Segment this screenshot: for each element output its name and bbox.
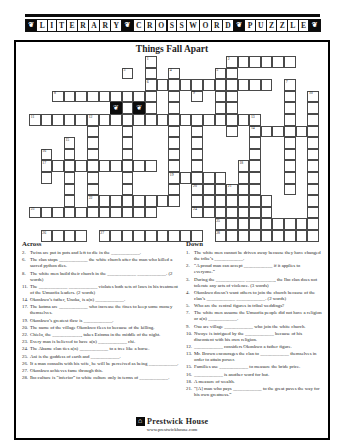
grid-cell[interactable] — [307, 102, 319, 114]
grid-cell[interactable] — [87, 137, 99, 149]
grid-cell[interactable] — [75, 160, 87, 172]
empty-space — [272, 195, 284, 207]
grid-cell[interactable] — [75, 114, 87, 126]
grid-cell[interactable] — [307, 114, 319, 126]
grid-cell[interactable] — [249, 79, 261, 91]
empty-space — [203, 68, 215, 80]
grid-cell[interactable] — [87, 91, 99, 103]
grid-cell[interactable] — [99, 91, 111, 103]
grid-cell[interactable] — [64, 207, 76, 219]
empty-space — [203, 102, 215, 114]
clue-item-text: Mr. Brown encourages the clan to _______… — [194, 351, 322, 363]
grid-cell[interactable] — [168, 126, 180, 138]
grid-cell[interactable] — [87, 149, 99, 161]
clue-item-text: ____________ is another word for hut. — [194, 372, 322, 378]
empty-space — [261, 137, 273, 149]
clue-item-text: Who are the central figures in tribal we… — [194, 303, 322, 309]
grid-cell[interactable] — [41, 172, 53, 184]
clue-number: 6 — [147, 80, 149, 85]
empty-space — [272, 137, 284, 149]
grid-cell[interactable] — [307, 160, 319, 172]
grid-cell[interactable] — [261, 126, 273, 138]
grid-cell[interactable]: 6 — [145, 79, 157, 91]
grid-cell[interactable] — [272, 218, 284, 230]
grid-cell[interactable] — [249, 195, 261, 207]
grid-cell[interactable]: 1 — [145, 56, 157, 68]
clue-item-text: Okonkwo’s greatest flaw is ____________. — [30, 318, 180, 324]
grid-cell[interactable] — [249, 160, 261, 172]
empty-space — [52, 149, 64, 161]
grid-cell[interactable] — [238, 207, 250, 219]
grid-cell[interactable] — [168, 114, 180, 126]
grid-cell[interactable] — [215, 207, 227, 219]
grid-cell[interactable]: 13 — [249, 114, 261, 126]
grid-cell[interactable] — [307, 126, 319, 138]
grid-cell[interactable]: 19 — [168, 172, 180, 184]
clue-item-number: 20. — [22, 325, 30, 331]
grid-cell[interactable] — [307, 137, 319, 149]
grid-cell[interactable] — [203, 195, 215, 207]
grid-cell[interactable] — [99, 195, 111, 207]
grid-cell[interactable] — [203, 114, 215, 126]
empty-space — [75, 126, 87, 138]
grid-cell[interactable]: 2 — [226, 56, 238, 68]
grid-cell[interactable] — [191, 195, 203, 207]
empty-space — [99, 149, 111, 161]
empty-space — [41, 184, 53, 196]
grid-cell[interactable] — [284, 218, 296, 230]
grid-cell[interactable] — [284, 172, 296, 184]
grid-cell[interactable]: 7 — [284, 79, 296, 91]
grid-cell[interactable] — [52, 114, 64, 126]
grid-cell[interactable] — [284, 56, 296, 68]
grid-cell[interactable] — [238, 218, 250, 230]
grid-cell[interactable]: 3 — [122, 68, 134, 80]
grid-cell[interactable] — [87, 184, 99, 196]
grid-cell[interactable] — [87, 126, 99, 138]
grid-cell[interactable] — [307, 195, 319, 207]
grid-cell[interactable] — [64, 184, 76, 196]
grid-cell[interactable] — [122, 160, 134, 172]
grid-cell[interactable] — [64, 91, 76, 103]
clue-item: 10.Nwoye is intrigued by the ___________… — [186, 331, 322, 343]
grid-cell[interactable] — [249, 149, 261, 161]
grid-cell[interactable] — [87, 160, 99, 172]
empty-space — [203, 91, 215, 103]
empty-space — [307, 56, 319, 68]
empty-space — [238, 149, 250, 161]
grid-cell[interactable] — [203, 184, 215, 196]
clue-number: 26 — [42, 231, 46, 236]
grid-cell[interactable] — [238, 195, 250, 207]
grid-cell[interactable]: 8 — [52, 91, 64, 103]
empty-space — [249, 102, 261, 114]
grid-cell[interactable] — [261, 207, 273, 219]
empty-space — [272, 79, 284, 91]
grid-cell[interactable] — [191, 114, 203, 126]
grid-cell[interactable] — [99, 160, 111, 172]
grid-cell[interactable] — [145, 102, 157, 114]
empty-space — [249, 91, 261, 103]
empty-space — [157, 56, 169, 68]
grid-cell[interactable] — [64, 114, 76, 126]
grid-cell[interactable] — [75, 91, 87, 103]
clue-number: 11 — [31, 115, 35, 120]
grid-cell[interactable] — [99, 114, 111, 126]
grid-cell[interactable] — [249, 218, 261, 230]
grid-cell[interactable] — [87, 207, 99, 219]
empty-space — [168, 207, 180, 219]
empty-space — [191, 102, 203, 114]
across-clue-list: 2.Twins are put in pots and left to die … — [22, 250, 180, 381]
grid-cell[interactable] — [226, 91, 238, 103]
clue-item-text: Families use ____________ to measure the… — [194, 364, 322, 370]
clue-item-text: The white men build their church in the … — [30, 271, 180, 283]
grid-cell[interactable] — [238, 79, 250, 91]
grid-cell[interactable] — [110, 195, 122, 207]
grid-cell[interactable] — [296, 126, 308, 138]
clue-number: 21 — [228, 184, 232, 189]
grid-cell[interactable] — [226, 126, 238, 138]
grid-cell[interactable] — [215, 184, 227, 196]
grid-cell[interactable]: 9 — [191, 91, 203, 103]
empty-space — [52, 184, 64, 196]
grid-cell[interactable] — [203, 172, 215, 184]
grid-cell[interactable]: 11 — [29, 114, 41, 126]
clue-item: 21.“[A] man who pays ____________ to the… — [186, 386, 322, 398]
grid-cell[interactable] — [284, 126, 296, 138]
grid-cell[interactable] — [215, 91, 227, 103]
empty-space — [145, 126, 157, 138]
grid-cell[interactable] — [261, 79, 273, 91]
grid-cell[interactable] — [191, 160, 203, 172]
empty-space — [272, 114, 284, 126]
grid-cell[interactable] — [249, 184, 261, 196]
grid-cell[interactable] — [122, 195, 134, 207]
grid-cell[interactable] — [284, 137, 296, 149]
clue-item: 28.Ibo culture is “inferior” to white cu… — [22, 375, 180, 381]
grid-cell[interactable] — [145, 207, 157, 219]
empty-space — [122, 79, 134, 91]
grid-cell[interactable] — [307, 149, 319, 161]
puzzle-frame: Things Fall Apart 12345678910❦❦111213141… — [14, 40, 330, 440]
empty-space — [64, 218, 76, 230]
empty-space — [261, 68, 273, 80]
empty-space — [41, 218, 53, 230]
grid-cell[interactable] — [168, 79, 180, 91]
empty-space — [52, 102, 64, 114]
grid-cell[interactable] — [110, 160, 122, 172]
grid-cell[interactable] — [133, 91, 145, 103]
clue-item: 24.The Abame clan ties a(n) ____________… — [22, 346, 180, 352]
empty-space — [87, 79, 99, 91]
grid-cell[interactable] — [226, 195, 238, 207]
grid-cell[interactable] — [249, 172, 261, 184]
grid-cell[interactable] — [203, 207, 215, 219]
empty-space — [75, 172, 87, 184]
empty-space — [29, 102, 41, 114]
grid-cell[interactable] — [99, 207, 111, 219]
grid-cell[interactable] — [307, 218, 319, 230]
grid-cell[interactable] — [122, 102, 134, 114]
grid-cell[interactable]: 23 — [29, 207, 41, 219]
empty-space — [261, 102, 273, 114]
clue-item: 26.If a man consults with his wife, he w… — [22, 361, 180, 367]
grid-cell[interactable] — [145, 160, 157, 172]
grid-cell[interactable] — [180, 79, 192, 91]
clue-item: 14.Okonkwo’s father, Unoka, is a(n) ____… — [22, 297, 180, 303]
grid-cell[interactable] — [122, 114, 134, 126]
grid-cell[interactable] — [180, 172, 192, 184]
grid-cell[interactable] — [168, 91, 180, 103]
grid-cell[interactable] — [145, 91, 157, 103]
empty-space — [99, 172, 111, 184]
clue-item-number: 8. — [22, 271, 30, 283]
grid-cell[interactable] — [168, 160, 180, 172]
grid-cell[interactable]: 5 — [215, 68, 227, 80]
empty-space — [133, 56, 145, 68]
page-title: Things Fall Apart — [16, 44, 328, 54]
grid-cell[interactable] — [215, 114, 227, 126]
empty-space — [110, 126, 122, 138]
empty-space — [29, 195, 41, 207]
grid-cell[interactable] — [249, 207, 261, 219]
clue-item-number: 16. — [186, 372, 194, 378]
grid-cell[interactable] — [87, 172, 99, 184]
grid-cell[interactable] — [261, 218, 273, 230]
grid-cell[interactable]: 4 — [168, 68, 180, 80]
empty-space — [122, 56, 134, 68]
clue-item: 2.Twins are put in pots and left to die … — [22, 250, 180, 256]
grid-cell[interactable] — [261, 56, 273, 68]
empty-space — [226, 149, 238, 161]
empty-space — [226, 172, 238, 184]
clue-number: 8 — [54, 91, 56, 96]
clue-item-number: 13. — [186, 351, 194, 363]
header-letter: O — [199, 19, 211, 32]
clue-item-text: During the ____________ ____________, th… — [194, 277, 322, 289]
empty-space — [52, 126, 64, 138]
grid-cell[interactable]: 18 — [238, 160, 250, 172]
grid-cell[interactable] — [122, 137, 134, 149]
grid-cell[interactable]: 22 — [87, 195, 99, 207]
clue-item-text: A measure of wealth. — [194, 379, 322, 385]
clue-item-number: 17. — [22, 304, 30, 316]
empty-space — [296, 149, 308, 161]
clue-item-text: Every man is believed to have a(n) _____… — [30, 339, 180, 345]
grid-cell[interactable] — [157, 114, 169, 126]
clue-item-number: 5. — [186, 303, 194, 309]
grid-cell[interactable] — [64, 149, 76, 161]
empty-space — [284, 207, 296, 219]
grid-cell[interactable] — [215, 195, 227, 207]
down-clues-section: Down 1.The white men cannot be driven aw… — [186, 240, 322, 399]
grid-cell[interactable] — [145, 68, 157, 80]
grid-cell[interactable] — [145, 195, 157, 207]
empty-space — [180, 56, 192, 68]
grid-cell[interactable] — [168, 184, 180, 196]
grid-cell[interactable] — [191, 172, 203, 184]
grid-cell[interactable] — [168, 102, 180, 114]
grid-cell[interactable] — [122, 207, 134, 219]
grid-cell[interactable] — [191, 79, 203, 91]
grid-cell[interactable] — [307, 184, 319, 196]
grid-cell[interactable] — [226, 218, 238, 230]
grid-cell[interactable] — [41, 114, 53, 126]
grid-cell[interactable] — [145, 114, 157, 126]
clue-item-number: 2. — [22, 250, 30, 256]
empty-space — [215, 137, 227, 149]
empty-space — [180, 218, 192, 230]
grid-cell[interactable] — [52, 207, 64, 219]
clue-item-text: Okonkwo achieves fame through this. — [30, 368, 180, 374]
clue-item-text: Ani is the goddess of earth and ________… — [30, 354, 180, 360]
grid-cell[interactable] — [191, 149, 203, 161]
grid-cell[interactable] — [168, 195, 180, 207]
grid-cell[interactable] — [157, 79, 169, 91]
grid-cell[interactable] — [215, 102, 227, 114]
grid-cell[interactable] — [284, 102, 296, 114]
grid-cell[interactable] — [122, 172, 134, 184]
crossword-grid: 12345678910❦❦111213141516171819202122232… — [29, 56, 319, 242]
grid-cell[interactable] — [226, 207, 238, 219]
grid-cell[interactable] — [284, 149, 296, 161]
empty-space — [215, 56, 227, 68]
empty-space — [261, 91, 273, 103]
grid-cell[interactable] — [41, 207, 53, 219]
grid-cell[interactable] — [122, 126, 134, 138]
empty-space — [29, 184, 41, 196]
grid-cell[interactable] — [215, 172, 227, 184]
grid-cell[interactable] — [238, 172, 250, 184]
grid-cell[interactable] — [226, 79, 238, 91]
clue-item-text: Chielo, the ____________, takes Ezinma i… — [30, 332, 180, 338]
clue-item: 19.Okonkwo’s greatest flaw is __________… — [22, 318, 180, 324]
empty-space — [75, 184, 87, 196]
grid-cell[interactable] — [226, 68, 238, 80]
empty-space — [99, 102, 111, 114]
grid-cell[interactable] — [52, 160, 64, 172]
empty-space — [157, 126, 169, 138]
empty-space — [180, 137, 192, 149]
clue-item: 22.Chielo, the ____________, takes Ezinm… — [22, 332, 180, 338]
grid-cell[interactable] — [133, 207, 145, 219]
header-letter-row: ❦LITERARY❦CROSSWORD❦PUZZLE❦ — [25, 19, 320, 32]
clue-item-text: ____________ considers Okonkwo a father … — [194, 344, 322, 350]
grid-cell[interactable] — [238, 56, 250, 68]
empty-space — [29, 79, 41, 91]
grid-cell[interactable] — [168, 149, 180, 161]
grid-cell[interactable] — [191, 126, 203, 138]
grid-cell[interactable]: 21 — [226, 184, 238, 196]
grid-cell[interactable] — [180, 114, 192, 126]
empty-space — [261, 172, 273, 184]
grid-cell[interactable] — [284, 114, 296, 126]
clue-item-number: 12. — [186, 344, 194, 350]
grid-cell[interactable] — [122, 184, 134, 196]
footer-url[interactable]: www.prestwickhouse.com — [16, 427, 328, 432]
grid-cell[interactable] — [238, 114, 250, 126]
grid-cell[interactable] — [215, 79, 227, 91]
empty-space — [99, 184, 111, 196]
clue-number: 19 — [170, 173, 174, 178]
grid-cell[interactable] — [75, 207, 87, 219]
clue-number: 23 — [31, 207, 35, 212]
grid-cell[interactable] — [261, 195, 273, 207]
grid-cell[interactable] — [157, 195, 169, 207]
grid-cell[interactable] — [203, 79, 215, 91]
grid-cell[interactable] — [249, 137, 261, 149]
empty-space — [110, 137, 122, 149]
grid-cell[interactable]: 17 — [41, 160, 53, 172]
grid-cell[interactable] — [226, 114, 238, 126]
grid-cell[interactable] — [284, 91, 296, 103]
empty-space — [296, 68, 308, 80]
empty-space — [99, 218, 111, 230]
grid-cell[interactable] — [284, 160, 296, 172]
grid-cell[interactable]: 12 — [87, 114, 99, 126]
grid-cell[interactable] — [168, 137, 180, 149]
clue-number: 13 — [251, 115, 255, 120]
empty-space — [75, 79, 87, 91]
grid-cell[interactable] — [64, 195, 76, 207]
grid-cell[interactable] — [238, 184, 250, 196]
grid-cell[interactable] — [133, 160, 145, 172]
empty-space — [296, 102, 308, 114]
clue-number: 20 — [193, 184, 197, 189]
grid-cell[interactable] — [284, 184, 296, 196]
grid-cell[interactable] — [122, 91, 134, 103]
grid-cell[interactable]: 14 — [249, 126, 261, 138]
empty-space — [145, 218, 157, 230]
empty-space — [75, 149, 87, 161]
empty-space — [52, 195, 64, 207]
empty-space — [157, 160, 169, 172]
grid-cell[interactable] — [133, 195, 145, 207]
grid-cell[interactable]: 10 — [307, 91, 319, 103]
header-letter: O — [155, 19, 167, 32]
grid-cell[interactable]: 16 — [41, 149, 53, 161]
grid-cell[interactable]: 24 — [191, 207, 203, 219]
grid-cell[interactable] — [64, 172, 76, 184]
grid-cell[interactable] — [307, 172, 319, 184]
empty-space — [272, 184, 284, 196]
grid-cell[interactable] — [110, 91, 122, 103]
grid-cell[interactable] — [272, 126, 284, 138]
grid-cell[interactable] — [110, 114, 122, 126]
across-heading: Across — [22, 240, 180, 249]
grid-cell[interactable] — [249, 56, 261, 68]
grid-cell[interactable] — [296, 218, 308, 230]
empty-space — [75, 56, 87, 68]
grid-cell[interactable] — [122, 149, 134, 161]
clue-item: 18.A measure of wealth. — [186, 379, 322, 385]
grid-cell[interactable]: 15 — [64, 137, 76, 149]
grid-cell[interactable] — [110, 207, 122, 219]
empty-space — [203, 56, 215, 68]
grid-cell[interactable] — [133, 114, 145, 126]
grid-cell[interactable]: 20 — [191, 184, 203, 196]
grid-cell[interactable] — [272, 56, 284, 68]
grid-cell[interactable] — [307, 207, 319, 219]
empty-space — [29, 172, 41, 184]
grid-cell[interactable] — [191, 137, 203, 149]
grid-cell[interactable]: 25 — [215, 218, 227, 230]
empty-space — [296, 207, 308, 219]
empty-space — [296, 79, 308, 91]
grid-cell[interactable] — [226, 102, 238, 114]
grid-cell[interactable] — [64, 160, 76, 172]
